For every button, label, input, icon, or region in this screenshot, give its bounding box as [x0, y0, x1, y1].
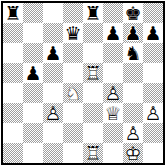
- piece-fill-layer: ♟: [143, 23, 163, 43]
- piece-fill-layer: ♜: [3, 3, 23, 23]
- black-rook[interactable]: ♜: [3, 3, 23, 23]
- piece-outline-layer: ♔: [123, 143, 143, 163]
- square-c8[interactable]: [43, 3, 63, 23]
- square-g3[interactable]: [123, 103, 143, 123]
- square-c7[interactable]: [43, 23, 63, 43]
- white-rook[interactable]: ♜♖: [83, 63, 103, 83]
- white-king[interactable]: ♚♔: [123, 143, 143, 163]
- square-a2[interactable]: [3, 123, 23, 143]
- square-d4[interactable]: ♞♘: [63, 83, 83, 103]
- chess-board: ♜♜♚♛♟♟♟♟♞♟♜♖♞♘♟♙♟♙♛♕♟♙♟♙♜♖♚♔: [3, 3, 163, 163]
- white-pawn[interactable]: ♟♙: [43, 103, 63, 123]
- square-d5[interactable]: [63, 63, 83, 83]
- square-g4[interactable]: [123, 83, 143, 103]
- piece-fill-layer: ♜: [83, 3, 103, 23]
- piece-outline-layer: ♖: [83, 63, 103, 83]
- square-b7[interactable]: [23, 23, 43, 43]
- piece-outline-layer: ♕: [103, 103, 123, 123]
- square-a5[interactable]: [3, 63, 23, 83]
- square-c5[interactable]: [43, 63, 63, 83]
- square-d8[interactable]: [63, 3, 83, 23]
- square-d3[interactable]: [63, 103, 83, 123]
- piece-fill-layer: ♟: [103, 23, 123, 43]
- square-a6[interactable]: [3, 43, 23, 63]
- square-e1[interactable]: ♜♖: [83, 143, 103, 163]
- square-f5[interactable]: [103, 63, 123, 83]
- square-b5[interactable]: ♟: [23, 63, 43, 83]
- white-pawn[interactable]: ♟♙: [143, 103, 163, 123]
- square-f6[interactable]: [103, 43, 123, 63]
- square-c1[interactable]: [43, 143, 63, 163]
- square-e7[interactable]: [83, 23, 103, 43]
- square-h4[interactable]: [143, 83, 163, 103]
- black-pawn[interactable]: ♟: [43, 43, 63, 63]
- square-a8[interactable]: ♜: [3, 3, 23, 23]
- square-g6[interactable]: ♞: [123, 43, 143, 63]
- square-g2[interactable]: ♟♙: [123, 123, 143, 143]
- square-b8[interactable]: [23, 3, 43, 23]
- white-pawn[interactable]: ♟♙: [123, 123, 143, 143]
- square-h3[interactable]: ♟♙: [143, 103, 163, 123]
- square-e5[interactable]: ♜♖: [83, 63, 103, 83]
- square-d1[interactable]: [63, 143, 83, 163]
- piece-outline-layer: ♖: [83, 143, 103, 163]
- square-b4[interactable]: [23, 83, 43, 103]
- square-h2[interactable]: [143, 123, 163, 143]
- black-rook[interactable]: ♜: [83, 3, 103, 23]
- square-d7[interactable]: ♛: [63, 23, 83, 43]
- square-f4[interactable]: ♟♙: [103, 83, 123, 103]
- black-pawn[interactable]: ♟: [143, 23, 163, 43]
- square-b6[interactable]: [23, 43, 43, 63]
- black-pawn[interactable]: ♟: [103, 23, 123, 43]
- square-f2[interactable]: [103, 123, 123, 143]
- piece-outline-layer: ♙: [103, 83, 123, 103]
- white-rook[interactable]: ♜♖: [83, 143, 103, 163]
- square-e6[interactable]: [83, 43, 103, 63]
- square-b3[interactable]: [23, 103, 43, 123]
- square-e8[interactable]: ♜: [83, 3, 103, 23]
- white-knight[interactable]: ♞♘: [63, 83, 83, 103]
- square-d6[interactable]: [63, 43, 83, 63]
- piece-fill-layer: ♛: [63, 23, 83, 43]
- piece-fill-layer: ♟: [43, 43, 63, 63]
- square-c3[interactable]: ♟♙: [43, 103, 63, 123]
- square-c2[interactable]: [43, 123, 63, 143]
- square-g7[interactable]: ♟: [123, 23, 143, 43]
- piece-fill-layer: ♟: [123, 23, 143, 43]
- square-g8[interactable]: ♚: [123, 3, 143, 23]
- square-c4[interactable]: [43, 83, 63, 103]
- square-c6[interactable]: ♟: [43, 43, 63, 63]
- piece-outline-layer: ♙: [123, 123, 143, 143]
- square-f7[interactable]: ♟: [103, 23, 123, 43]
- piece-outline-layer: ♙: [143, 103, 163, 123]
- square-h1[interactable]: [143, 143, 163, 163]
- square-f8[interactable]: [103, 3, 123, 23]
- square-a4[interactable]: [3, 83, 23, 103]
- square-e4[interactable]: [83, 83, 103, 103]
- square-d2[interactable]: [63, 123, 83, 143]
- square-h7[interactable]: ♟: [143, 23, 163, 43]
- black-queen[interactable]: ♛: [63, 23, 83, 43]
- white-queen[interactable]: ♛♕: [103, 103, 123, 123]
- square-e3[interactable]: [83, 103, 103, 123]
- chess-board-frame: ♜♜♚♛♟♟♟♟♞♟♜♖♞♘♟♙♟♙♛♕♟♙♟♙♜♖♚♔: [1, 1, 165, 165]
- square-f1[interactable]: [103, 143, 123, 163]
- piece-outline-layer: ♘: [63, 83, 83, 103]
- black-pawn[interactable]: ♟: [123, 23, 143, 43]
- white-pawn[interactable]: ♟♙: [103, 83, 123, 103]
- piece-fill-layer: ♞: [123, 43, 143, 63]
- square-g1[interactable]: ♚♔: [123, 143, 143, 163]
- square-a1[interactable]: [3, 143, 23, 163]
- square-e2[interactable]: [83, 123, 103, 143]
- square-f3[interactable]: ♛♕: [103, 103, 123, 123]
- square-b2[interactable]: [23, 123, 43, 143]
- square-g5[interactable]: [123, 63, 143, 83]
- square-h8[interactable]: [143, 3, 163, 23]
- square-a3[interactable]: [3, 103, 23, 123]
- black-king[interactable]: ♚: [123, 3, 143, 23]
- square-b1[interactable]: [23, 143, 43, 163]
- black-pawn[interactable]: ♟: [23, 63, 43, 83]
- piece-fill-layer: ♟: [23, 63, 43, 83]
- square-h5[interactable]: [143, 63, 163, 83]
- square-a7[interactable]: [3, 23, 23, 43]
- square-h6[interactable]: [143, 43, 163, 63]
- black-knight[interactable]: ♞: [123, 43, 143, 63]
- piece-fill-layer: ♚: [123, 3, 143, 23]
- piece-outline-layer: ♙: [43, 103, 63, 123]
